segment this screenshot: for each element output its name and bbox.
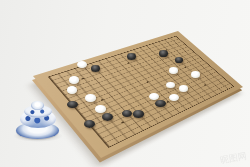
go-stone-black <box>122 110 133 118</box>
go-stone-black <box>102 113 113 121</box>
go-stone-white <box>169 67 178 73</box>
go-stone-white <box>77 61 87 68</box>
go-stone-black <box>159 50 168 56</box>
go-stone-white <box>95 105 106 113</box>
go-stone-white <box>69 76 79 83</box>
go-stone-black <box>155 100 165 107</box>
go-stone-black <box>91 65 101 72</box>
go-stone-white <box>166 82 175 89</box>
go-stone-white <box>85 94 96 102</box>
go-stone-white <box>67 86 78 94</box>
go-stone-black <box>127 53 136 60</box>
go-stone-white <box>191 71 200 77</box>
go-stone-black <box>133 110 144 118</box>
go-stone-black <box>175 57 184 63</box>
go-stone-black <box>84 120 95 128</box>
go-stone-white <box>179 85 188 92</box>
bowl-knob <box>31 101 44 110</box>
go-stone-white <box>169 94 179 101</box>
go-stone-black <box>67 101 78 109</box>
photo-stage: 昵图网 <box>0 0 250 167</box>
